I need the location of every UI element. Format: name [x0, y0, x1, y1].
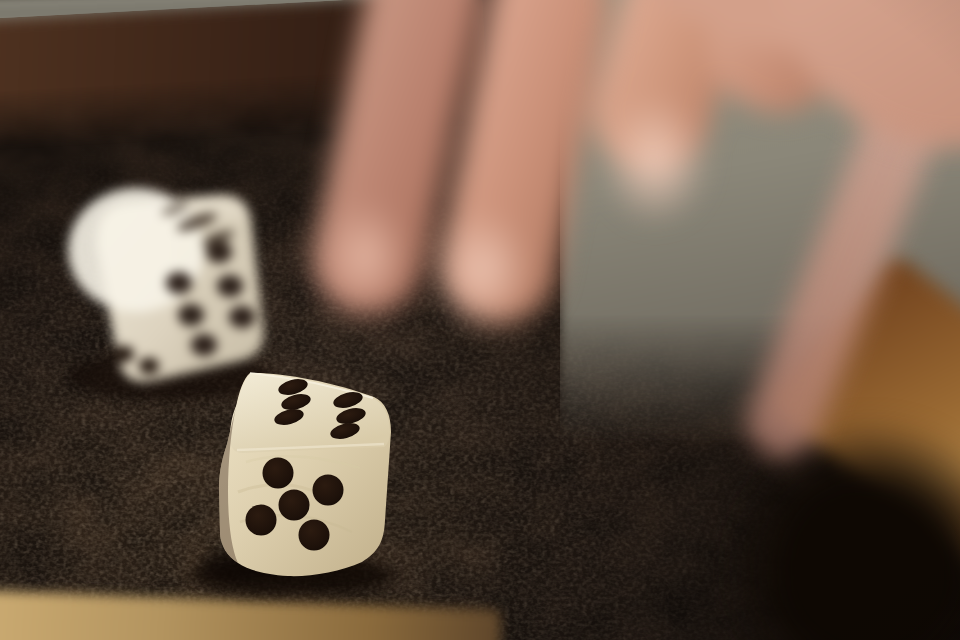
background-die	[68, 188, 272, 400]
dice-layer	[0, 0, 960, 640]
dice-roll-photo	[0, 0, 960, 640]
foreground-die-top-face	[230, 374, 390, 453]
foreground-die	[219, 373, 391, 576]
